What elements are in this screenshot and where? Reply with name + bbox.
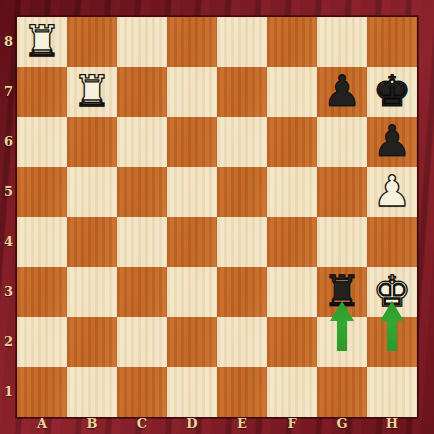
square-c6[interactable] (117, 117, 167, 167)
square-f4[interactable] (267, 217, 317, 267)
file-label-d: D (167, 413, 217, 434)
square-a8[interactable]: ♜ (17, 17, 67, 67)
rank-label-7: 7 (0, 67, 17, 117)
file-label-c: C (117, 413, 167, 434)
square-b7[interactable]: ♜ (67, 67, 117, 117)
square-e6[interactable] (217, 117, 267, 167)
black-king[interactable]: ♚ (367, 67, 417, 117)
square-a6[interactable] (17, 117, 67, 167)
square-g1[interactable] (317, 367, 367, 417)
square-a5[interactable] (17, 167, 67, 217)
square-b6[interactable] (67, 117, 117, 167)
square-d7[interactable] (167, 67, 217, 117)
rank-label-1: 1 (0, 367, 17, 417)
square-b4[interactable] (67, 217, 117, 267)
square-a3[interactable] (17, 267, 67, 317)
square-g4[interactable] (317, 217, 367, 267)
black-pawn[interactable]: ♟ (317, 67, 367, 117)
square-c3[interactable] (117, 267, 167, 317)
file-label-f: F (267, 413, 317, 434)
square-f2[interactable] (267, 317, 317, 367)
square-g6[interactable] (317, 117, 367, 167)
square-f7[interactable] (267, 67, 317, 117)
square-c5[interactable] (117, 167, 167, 217)
rank-label-3: 3 (0, 267, 17, 317)
square-h5[interactable]: ♟ (367, 167, 417, 217)
rank-label-2: 2 (0, 317, 17, 367)
white-rook[interactable]: ♜ (67, 67, 117, 117)
square-a4[interactable] (17, 217, 67, 267)
square-d2[interactable] (167, 317, 217, 367)
square-h7[interactable]: ♚ (367, 67, 417, 117)
square-d1[interactable] (167, 367, 217, 417)
chess-board: ♜♜♟♚♟♟♜♚ (17, 17, 417, 417)
square-g8[interactable] (317, 17, 367, 67)
square-f8[interactable] (267, 17, 317, 67)
square-c8[interactable] (117, 17, 167, 67)
square-d3[interactable] (167, 267, 217, 317)
square-e1[interactable] (217, 367, 267, 417)
rank-label-5: 5 (0, 167, 17, 217)
square-d6[interactable] (167, 117, 217, 167)
rank-label-8: 8 (0, 17, 17, 67)
rank-label-4: 4 (0, 217, 17, 267)
square-a2[interactable] (17, 317, 67, 367)
square-h4[interactable] (367, 217, 417, 267)
square-b8[interactable] (67, 17, 117, 67)
square-b1[interactable] (67, 367, 117, 417)
square-g5[interactable] (317, 167, 367, 217)
square-b3[interactable] (67, 267, 117, 317)
square-d8[interactable] (167, 17, 217, 67)
square-h1[interactable] (367, 367, 417, 417)
square-e3[interactable] (217, 267, 267, 317)
square-g7[interactable]: ♟ (317, 67, 367, 117)
square-a7[interactable] (17, 67, 67, 117)
rank-label-6: 6 (0, 117, 17, 167)
square-f5[interactable] (267, 167, 317, 217)
square-c4[interactable] (117, 217, 167, 267)
square-c2[interactable] (117, 317, 167, 367)
square-e5[interactable] (217, 167, 267, 217)
square-e2[interactable] (217, 317, 267, 367)
white-pawn[interactable]: ♟ (367, 167, 417, 217)
file-label-e: E (217, 413, 267, 434)
file-label-b: B (67, 413, 117, 434)
square-h8[interactable] (367, 17, 417, 67)
square-f1[interactable] (267, 367, 317, 417)
square-d5[interactable] (167, 167, 217, 217)
square-e7[interactable] (217, 67, 267, 117)
square-f6[interactable] (267, 117, 317, 167)
square-c7[interactable] (117, 67, 167, 117)
square-d4[interactable] (167, 217, 217, 267)
chess-board-frame: ♜♜♟♚♟♟♜♚87654321ABCDEFGH (0, 0, 434, 434)
square-a1[interactable] (17, 367, 67, 417)
square-e8[interactable] (217, 17, 267, 67)
square-b5[interactable] (67, 167, 117, 217)
file-label-a: A (17, 413, 67, 434)
file-label-h: H (367, 413, 417, 434)
square-e4[interactable] (217, 217, 267, 267)
file-label-g: G (317, 413, 367, 434)
white-rook[interactable]: ♜ (17, 17, 67, 67)
square-b2[interactable] (67, 317, 117, 367)
square-c1[interactable] (117, 367, 167, 417)
square-h6[interactable]: ♟ (367, 117, 417, 167)
square-f3[interactable] (267, 267, 317, 317)
black-pawn[interactable]: ♟ (367, 117, 417, 167)
